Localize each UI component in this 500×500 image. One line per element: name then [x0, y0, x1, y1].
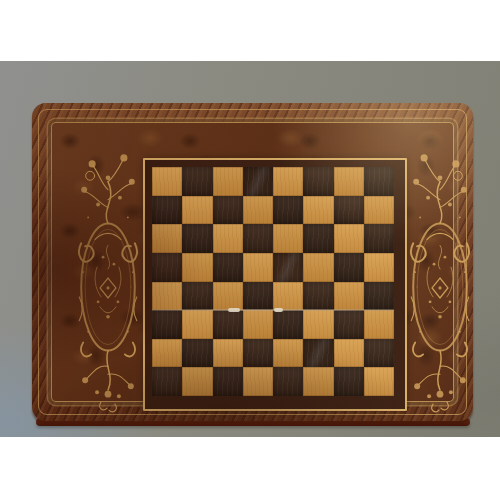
square-b2: [182, 339, 212, 368]
square-c4: [213, 282, 243, 311]
square-a1: [152, 367, 182, 396]
square-g1: [334, 367, 364, 396]
square-d7: [243, 196, 273, 225]
burl-walnut-field: [51, 122, 454, 402]
square-c5: [213, 253, 243, 282]
square-h7: [364, 196, 394, 225]
white-band-top: [0, 0, 500, 61]
square-d4: [243, 282, 273, 311]
white-band-bottom: [0, 437, 500, 500]
crack-chip: [274, 308, 283, 312]
square-c2: [213, 339, 243, 368]
square-a7: [152, 196, 182, 225]
auction-photo: [0, 0, 500, 500]
square-g5: [334, 253, 364, 282]
left-marquetry-panel: [73, 148, 143, 416]
square-b7: [182, 196, 212, 225]
square-d3: [243, 310, 273, 339]
square-e5: [273, 253, 303, 282]
square-e8: [273, 167, 303, 196]
crack-chip: [228, 308, 240, 312]
square-h4: [364, 282, 394, 311]
square-b8: [182, 167, 212, 196]
square-f4: [303, 282, 333, 311]
square-a4: [152, 282, 182, 311]
square-e3: [273, 310, 303, 339]
square-f3: [303, 310, 333, 339]
square-f1: [303, 367, 333, 396]
square-g6: [334, 224, 364, 253]
square-e2: [273, 339, 303, 368]
square-c3: [213, 310, 243, 339]
square-d2: [243, 339, 273, 368]
square-c7: [213, 196, 243, 225]
square-a3: [152, 310, 182, 339]
chess-board: [152, 167, 394, 396]
square-c1: [213, 367, 243, 396]
board-seam-crack: [152, 309, 394, 311]
square-d6: [243, 224, 273, 253]
square-a8: [152, 167, 182, 196]
square-g8: [334, 167, 364, 196]
square-f6: [303, 224, 333, 253]
chessboard-frame: [143, 158, 407, 411]
square-f2: [303, 339, 333, 368]
square-h1: [364, 367, 394, 396]
square-h2: [364, 339, 394, 368]
square-h8: [364, 167, 394, 196]
square-b1: [182, 367, 212, 396]
games-table-top: [32, 103, 473, 421]
square-h3: [364, 310, 394, 339]
square-d8: [243, 167, 273, 196]
square-g3: [334, 310, 364, 339]
square-g4: [334, 282, 364, 311]
square-c6: [213, 224, 243, 253]
right-marquetry-panel: [405, 148, 475, 416]
square-g2: [334, 339, 364, 368]
square-d5: [243, 253, 273, 282]
square-b6: [182, 224, 212, 253]
square-a2: [152, 339, 182, 368]
square-h5: [364, 253, 394, 282]
square-a5: [152, 253, 182, 282]
square-b4: [182, 282, 212, 311]
square-h6: [364, 224, 394, 253]
square-e4: [273, 282, 303, 311]
square-a6: [152, 224, 182, 253]
square-f8: [303, 167, 333, 196]
square-b5: [182, 253, 212, 282]
square-c8: [213, 167, 243, 196]
square-f5: [303, 253, 333, 282]
square-e7: [273, 196, 303, 225]
square-e6: [273, 224, 303, 253]
square-b3: [182, 310, 212, 339]
square-e1: [273, 367, 303, 396]
square-d1: [243, 367, 273, 396]
square-f7: [303, 196, 333, 225]
square-g7: [334, 196, 364, 225]
